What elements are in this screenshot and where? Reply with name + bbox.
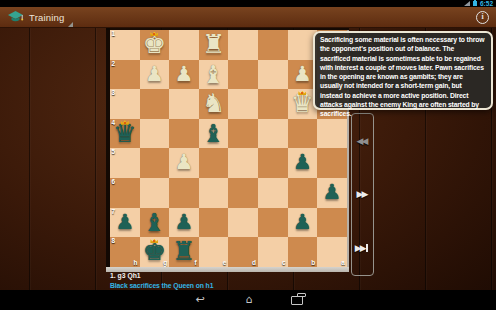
move-caption: Black sacrifices the Queen on h1: [110, 282, 213, 289]
piece-bP-h7[interactable]: ♟: [110, 208, 140, 238]
square-d7[interactable]: [228, 208, 258, 238]
square-c4[interactable]: [258, 119, 288, 149]
crown-icon: [298, 91, 306, 96]
battery-icon: [473, 1, 477, 6]
playback-controls: ◀◀ ▶▶ ▶▶: [351, 113, 374, 276]
square-h5[interactable]: 5: [110, 148, 140, 178]
square-e1[interactable]: ♜: [199, 30, 229, 60]
square-g7[interactable]: ♝: [140, 208, 170, 238]
square-d3[interactable]: [228, 89, 258, 119]
piece-bR-f8[interactable]: ♜: [169, 237, 199, 267]
piece-bB-e4[interactable]: ♝: [199, 119, 229, 149]
info-icon: i: [481, 13, 483, 21]
recents-button[interactable]: [291, 296, 303, 305]
square-h8[interactable]: 8h: [110, 237, 140, 267]
square-h1[interactable]: 1: [110, 30, 140, 60]
square-f1[interactable]: [169, 30, 199, 60]
square-f8[interactable]: f♜: [169, 237, 199, 267]
app-screen: 6:52 Training i 1♚♜2♟♟♝♟♟3♞♛4♛♝5♟♟6♟7♟♝♟…: [0, 0, 496, 310]
piece-wP-f2[interactable]: ♟: [169, 60, 199, 90]
square-b4[interactable]: [288, 119, 318, 149]
square-a4[interactable]: [317, 119, 347, 149]
piece-wP-g2[interactable]: ♟: [140, 60, 170, 90]
square-a8[interactable]: a: [317, 237, 347, 267]
square-c6[interactable]: [258, 178, 288, 208]
crown-icon: [150, 32, 158, 37]
square-e4[interactable]: ♝: [199, 119, 229, 149]
piece-bP-a6[interactable]: ♟: [317, 178, 347, 208]
square-g1[interactable]: ♚: [140, 30, 170, 60]
square-e7[interactable]: [199, 208, 229, 238]
square-g6[interactable]: [140, 178, 170, 208]
piece-bP-f7[interactable]: ♟: [169, 208, 199, 238]
square-f2[interactable]: ♟: [169, 60, 199, 90]
page-title[interactable]: Training: [29, 12, 65, 23]
square-f5[interactable]: ♟: [169, 148, 199, 178]
square-d5[interactable]: [228, 148, 258, 178]
rank-label: 6: [112, 178, 116, 186]
square-b7[interactable]: ♟: [288, 208, 318, 238]
move-list: 1. g3 Qh1: [110, 272, 141, 279]
square-e3[interactable]: ♞: [199, 89, 229, 119]
board-frame-bottom: [106, 267, 349, 273]
status-bar: 6:52: [0, 0, 496, 7]
file-label: d: [252, 259, 256, 267]
square-h2[interactable]: 2: [110, 60, 140, 90]
square-b6[interactable]: [288, 178, 318, 208]
square-g3[interactable]: [140, 89, 170, 119]
square-f4[interactable]: [169, 119, 199, 149]
piece-bB-g7[interactable]: ♝: [140, 208, 170, 238]
square-g5[interactable]: [140, 148, 170, 178]
crown-icon: [150, 239, 158, 244]
square-d6[interactable]: [228, 178, 258, 208]
square-c5[interactable]: [258, 148, 288, 178]
file-label: h: [134, 259, 138, 267]
info-button[interactable]: i: [476, 11, 489, 24]
piece-bK-g8[interactable]: ♚: [140, 237, 170, 267]
square-d1[interactable]: [228, 30, 258, 60]
square-h3[interactable]: 3: [110, 89, 140, 119]
square-d8[interactable]: d: [228, 237, 258, 267]
crown-icon: [121, 120, 129, 125]
square-b5[interactable]: ♟: [288, 148, 318, 178]
piece-bP-b5[interactable]: ♟: [288, 148, 318, 178]
rank-label: 8: [112, 237, 116, 245]
file-label: b: [311, 259, 315, 267]
square-f7[interactable]: ♟: [169, 208, 199, 238]
file-label: a: [341, 259, 345, 267]
square-a7[interactable]: [317, 208, 347, 238]
square-e6[interactable]: [199, 178, 229, 208]
square-g8[interactable]: g♚: [140, 237, 170, 267]
square-c8[interactable]: c: [258, 237, 288, 267]
piece-wK-g1[interactable]: ♚: [140, 30, 170, 60]
home-button[interactable]: ⌂: [242, 290, 256, 310]
file-label: e: [223, 259, 227, 267]
rank-label: 1: [112, 30, 116, 38]
square-f6[interactable]: [169, 178, 199, 208]
rewind-button[interactable]: ◀◀: [357, 136, 369, 146]
square-c2[interactable]: [258, 60, 288, 90]
piece-wN-e3[interactable]: ♞: [199, 89, 229, 119]
square-d4[interactable]: [228, 119, 258, 149]
rank-label: 5: [112, 148, 116, 156]
signal-icon: [464, 1, 470, 6]
main-area: 1♚♜2♟♟♝♟♟3♞♛4♛♝5♟♟6♟7♟♝♟♟8hg♚f♜edcba Sac…: [0, 28, 496, 290]
piece-wB-e2[interactable]: ♝: [199, 60, 229, 90]
square-c1[interactable]: [258, 30, 288, 60]
piece-bQ-h4[interactable]: ♛: [110, 119, 140, 149]
chess-board[interactable]: 1♚♜2♟♟♝♟♟3♞♛4♛♝5♟♟6♟7♟♝♟♟8hg♚f♜edcba: [110, 30, 347, 267]
spinner-caret-icon: [68, 22, 73, 27]
rank-label: 2: [112, 60, 116, 68]
file-label: c: [282, 259, 286, 267]
square-h6[interactable]: 6: [110, 178, 140, 208]
square-a6[interactable]: ♟: [317, 178, 347, 208]
skip-to-end-button[interactable]: ▶▶: [355, 243, 370, 253]
piece-bP-b7[interactable]: ♟: [288, 208, 318, 238]
square-e5[interactable]: [199, 148, 229, 178]
graduation-cap-icon: [7, 10, 24, 24]
square-e2[interactable]: ♝: [199, 60, 229, 90]
square-f3[interactable]: [169, 89, 199, 119]
square-c3[interactable]: [258, 89, 288, 119]
square-b8[interactable]: b: [288, 237, 318, 267]
square-c7[interactable]: [258, 208, 288, 238]
forward-button[interactable]: ▶▶: [357, 189, 369, 199]
square-h7[interactable]: 7♟: [110, 208, 140, 238]
square-g4[interactable]: [140, 119, 170, 149]
square-a5[interactable]: [317, 148, 347, 178]
square-e8[interactable]: e: [199, 237, 229, 267]
back-button[interactable]: ↩: [193, 290, 207, 310]
rank-label: 3: [112, 89, 116, 97]
square-d2[interactable]: [228, 60, 258, 90]
lesson-text-panel: Sacrificing some material is often neces…: [313, 31, 493, 110]
square-g2[interactable]: ♟: [140, 60, 170, 90]
clock: 6:52: [480, 0, 493, 7]
android-nav-bar: ↩ ⌂: [0, 290, 496, 310]
piece-wR-e1[interactable]: ♜: [199, 30, 229, 60]
square-h4[interactable]: 4♛: [110, 119, 140, 149]
action-bar: Training i: [0, 7, 496, 28]
piece-wP-f5[interactable]: ♟: [169, 148, 199, 178]
lesson-text: Sacrificing some material is often neces…: [320, 35, 486, 119]
